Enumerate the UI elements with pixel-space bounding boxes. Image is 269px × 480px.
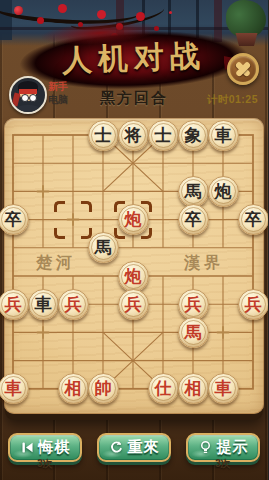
plum-blossoms-icon xyxy=(14,6,23,15)
piece-red-車[interactable]: 車 xyxy=(0,373,29,404)
undo-skip-back-icon xyxy=(20,440,35,455)
piece-black-車[interactable]: 車 xyxy=(28,289,59,320)
piece-black-象[interactable]: 象 xyxy=(178,120,209,151)
piece-black-馬[interactable]: 馬 xyxy=(88,232,119,263)
piece-red-相[interactable]: 相 xyxy=(178,373,209,404)
piece-red-馬[interactable]: 馬 xyxy=(178,317,209,348)
restart-button-label: 重來 xyxy=(128,438,160,457)
close-button[interactable] xyxy=(227,53,259,85)
page-title: 人机对战 xyxy=(25,36,242,80)
piece-red-兵[interactable]: 兵 xyxy=(0,289,29,320)
xiangqi-board[interactable]: 楚河 漢界 士将士象車馬炮卒卒卒馬車炮炮兵兵兵兵兵馬車相帥仕相車 xyxy=(4,118,264,414)
piece-red-炮[interactable]: 炮 xyxy=(118,204,149,235)
undo-count-badge: 3次 xyxy=(10,457,80,471)
piece-black-卒[interactable]: 卒 xyxy=(178,204,209,235)
piece-black-炮[interactable]: 炮 xyxy=(208,176,239,207)
piece-red-兵[interactable]: 兵 xyxy=(238,289,269,320)
move-timer: 计时01:25 xyxy=(207,93,258,107)
piece-black-卒[interactable]: 卒 xyxy=(238,204,269,235)
piece-red-兵[interactable]: 兵 xyxy=(178,289,209,320)
restart-icon xyxy=(109,440,124,455)
piece-black-車[interactable]: 車 xyxy=(208,120,239,151)
piece-black-将[interactable]: 将 xyxy=(118,120,149,151)
piece-red-炮[interactable]: 炮 xyxy=(118,261,149,292)
undo-button-label: 悔棋 xyxy=(39,438,71,457)
phone-screen: 人机对战 新手 电脑 黑方回合 计时01:25 xyxy=(0,0,268,480)
piece-black-士[interactable]: 士 xyxy=(88,120,119,151)
piece-red-兵[interactable]: 兵 xyxy=(58,289,89,320)
piece-red-帥[interactable]: 帥 xyxy=(88,373,119,404)
piece-black-馬[interactable]: 馬 xyxy=(178,176,209,207)
piece-black-士[interactable]: 士 xyxy=(148,120,179,151)
piece-red-仕[interactable]: 仕 xyxy=(148,373,179,404)
river-label-left: 楚河 xyxy=(36,253,76,274)
piece-red-車[interactable]: 車 xyxy=(208,373,239,404)
restart-button[interactable]: 重來 xyxy=(97,433,171,462)
piece-black-卒[interactable]: 卒 xyxy=(0,204,29,235)
hint-button-label: 提示 xyxy=(217,438,249,457)
river-label-right: 漢界 xyxy=(184,253,224,274)
action-bar: 悔棋 3次 重來 提示 3次 xyxy=(0,433,268,462)
hint-count-badge: 3次 xyxy=(188,457,258,471)
hint-bulb-icon xyxy=(198,440,213,455)
piece-red-相[interactable]: 相 xyxy=(58,373,89,404)
undo-button[interactable]: 悔棋 3次 xyxy=(8,433,82,462)
piece-red-兵[interactable]: 兵 xyxy=(118,289,149,320)
hint-button[interactable]: 提示 3次 xyxy=(186,433,260,462)
